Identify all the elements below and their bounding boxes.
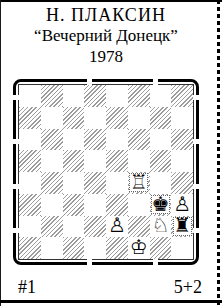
square-h2[interactable]: ♜ [171,216,193,238]
square-h4[interactable] [171,172,193,194]
square-f3[interactable] [128,194,150,216]
board-grid: ♖♚♙♙♘♜♔ [19,85,193,259]
square-h6[interactable] [171,129,193,151]
black-rook-icon[interactable]: ♜ [173,215,191,235]
square-c8[interactable] [63,85,85,107]
square-e5[interactable] [106,150,128,172]
page-frame-bottom-line [0,300,222,303]
black-king-icon[interactable]: ♚ [151,194,169,214]
square-g1[interactable] [150,237,172,259]
square-c4[interactable] [63,172,85,194]
square-c2[interactable] [63,216,85,238]
square-f5[interactable] [128,150,150,172]
border-gap-tick [193,184,199,189]
square-b1[interactable] [41,237,63,259]
square-e2[interactable]: ♙ [106,216,128,238]
border-gap-tick [13,228,19,233]
square-f8[interactable] [128,85,150,107]
white-rook-icon[interactable]: ♖ [130,172,148,192]
page-frame-right-dashed-line [217,0,220,306]
border-gap-tick [153,79,158,85]
chess-board: ♖♚♙♙♘♜♔ [13,79,199,265]
border-gap-tick [13,95,19,100]
square-c7[interactable] [63,107,85,129]
square-h1[interactable] [171,237,193,259]
square-g5[interactable] [150,150,172,172]
square-a6[interactable] [19,129,41,151]
square-a5[interactable] [19,150,41,172]
caption-row: #1 5+2 [18,278,202,296]
square-f2[interactable] [128,216,150,238]
border-gap-tick [13,139,19,144]
square-g4[interactable] [150,172,172,194]
square-d2[interactable] [84,216,106,238]
square-d6[interactable] [84,129,106,151]
square-g2[interactable]: ♘ [150,216,172,238]
square-g8[interactable] [150,85,172,107]
page-frame-top-line [0,0,222,2]
white-pawn-icon[interactable]: ♙ [173,194,191,214]
square-h8[interactable] [171,85,193,107]
square-c6[interactable] [63,129,85,151]
square-f7[interactable] [128,107,150,129]
piece-background-patch: ♜ [173,217,192,236]
border-gap-tick [13,184,19,189]
square-b8[interactable] [41,85,63,107]
square-c1[interactable] [63,237,85,259]
square-e6[interactable] [106,129,128,151]
square-g3[interactable]: ♚ [150,194,172,216]
square-b3[interactable] [41,194,63,216]
square-b2[interactable] [41,216,63,238]
border-gap-tick [193,139,199,144]
stipulation-label: #1 [18,278,36,296]
square-e8[interactable] [106,85,128,107]
border-gap-tick [87,79,92,85]
square-b6[interactable] [41,129,63,151]
piece-background-patch: ♖ [129,173,148,192]
square-e7[interactable] [106,107,128,129]
square-d8[interactable] [84,85,106,107]
square-a4[interactable] [19,172,41,194]
square-b4[interactable] [41,172,63,194]
page-frame-left-line [0,0,1,306]
material-count-label: 5+2 [174,278,202,296]
border-gap-tick [87,259,92,265]
square-a1[interactable] [19,237,41,259]
square-c3[interactable] [63,194,85,216]
scanned-problem-page: Н. ПЛАКСИН “Вечерний Донецк” 1978 ♖♚♙♙♘♜… [0,0,222,306]
square-g6[interactable] [150,129,172,151]
square-c5[interactable] [63,150,85,172]
white-pawn-icon[interactable]: ♙ [108,215,126,235]
problem-header: Н. ПЛАКСИН “Вечерний Донецк” 1978 [2,6,210,65]
square-b5[interactable] [41,150,63,172]
square-g7[interactable] [150,107,172,129]
square-a7[interactable] [19,107,41,129]
square-e3[interactable] [106,194,128,216]
square-h3[interactable]: ♙ [171,194,193,216]
border-gap-tick [153,259,158,265]
square-d5[interactable] [84,150,106,172]
square-d1[interactable] [84,237,106,259]
square-e1[interactable] [106,237,128,259]
border-gap-tick [193,95,199,100]
square-d4[interactable] [84,172,106,194]
publication-year: 1978 [2,48,210,65]
square-a3[interactable] [19,194,41,216]
square-a2[interactable] [19,216,41,238]
white-king-icon[interactable]: ♔ [130,237,148,257]
square-e4[interactable] [106,172,128,194]
composer-name: Н. ПЛАКСИН [2,6,210,24]
square-d3[interactable] [84,194,106,216]
square-f1[interactable]: ♔ [128,237,150,259]
square-f6[interactable] [128,129,150,151]
square-a8[interactable] [19,85,41,107]
board-inner-border: ♖♚♙♙♘♜♔ [18,84,194,260]
white-knight-icon[interactable]: ♘ [151,215,169,235]
square-b7[interactable] [41,107,63,129]
square-h5[interactable] [171,150,193,172]
source-publication: “Вечерний Донецк” [2,27,210,44]
border-gap-tick [193,228,199,233]
square-d7[interactable] [84,107,106,129]
piece-background-patch: ♚ [151,195,170,214]
square-f4[interactable]: ♖ [128,172,150,194]
square-h7[interactable] [171,107,193,129]
